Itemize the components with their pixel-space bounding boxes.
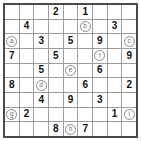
cell-r5c3[interactable]: 5 — [34, 64, 48, 78]
cell-r4c1[interactable]: 7 — [5, 49, 19, 63]
cell-r9c3[interactable] — [34, 122, 48, 136]
cell-r9c5[interactable]: h — [64, 122, 78, 136]
cell-r6c8[interactable] — [108, 78, 122, 92]
given-digit: 2 — [53, 7, 59, 17]
cell-r6c2[interactable] — [20, 78, 34, 92]
cell-r3c2[interactable] — [20, 34, 34, 48]
cell-r7c3[interactable]: 4 — [34, 93, 48, 107]
cell-r9c1[interactable] — [5, 122, 19, 136]
circle-marker-f: f — [94, 50, 105, 61]
cell-r8c1[interactable]: g — [5, 108, 19, 122]
cell-r3c6[interactable] — [78, 34, 92, 48]
cell-r6c4[interactable] — [49, 78, 63, 92]
cell-r3c5[interactable]: 5 — [64, 34, 78, 48]
given-digit: 2 — [24, 109, 30, 119]
circle-marker-c: c — [124, 36, 135, 47]
cell-r2c1[interactable] — [5, 20, 19, 34]
given-digit: 3 — [112, 21, 118, 31]
cell-r9c8[interactable] — [108, 122, 122, 136]
given-digit: 2 — [126, 80, 132, 90]
cell-r9c6[interactable]: 7 — [78, 122, 92, 136]
given-digit: 5 — [68, 36, 74, 46]
given-digit: 5 — [53, 51, 59, 61]
cell-r7c4[interactable] — [49, 93, 63, 107]
cell-r2c4[interactable] — [49, 20, 63, 34]
cell-r2c7[interactable] — [93, 20, 107, 34]
cell-r3c1[interactable]: a — [5, 34, 19, 48]
cell-r3c7[interactable]: 9 — [93, 34, 107, 48]
cell-r2c2[interactable]: 4 — [20, 20, 34, 34]
cell-r7c2[interactable] — [20, 93, 34, 107]
cell-r1c2[interactable] — [20, 5, 34, 19]
cell-r7c6[interactable] — [78, 93, 92, 107]
cell-r8c5[interactable] — [64, 108, 78, 122]
cell-r4c9[interactable]: 9 — [122, 49, 136, 63]
cell-r9c9[interactable] — [122, 122, 136, 136]
sudoku-board: 214b3a359c75f95e68d62493g21i8h7 — [3, 3, 138, 138]
cell-r4c3[interactable] — [34, 49, 48, 63]
given-digit: 7 — [82, 124, 88, 134]
circle-marker-i: i — [124, 109, 135, 120]
cell-r2c9[interactable] — [122, 20, 136, 34]
cell-r6c6[interactable]: 6 — [78, 78, 92, 92]
circle-marker-h: h — [65, 124, 76, 135]
cell-r3c8[interactable] — [108, 34, 122, 48]
cell-r1c5[interactable] — [64, 5, 78, 19]
cell-r4c4[interactable]: 5 — [49, 49, 63, 63]
given-digit: 1 — [112, 109, 118, 119]
cell-r2c6[interactable]: b — [78, 20, 92, 34]
given-digit: 8 — [9, 80, 15, 90]
cell-r7c7[interactable]: 3 — [93, 93, 107, 107]
cell-r6c5[interactable] — [64, 78, 78, 92]
given-digit: 9 — [97, 36, 103, 46]
cell-r3c3[interactable]: 3 — [34, 34, 48, 48]
cell-r5c8[interactable] — [108, 64, 122, 78]
cell-r5c4[interactable] — [49, 64, 63, 78]
circle-marker-d: d — [36, 80, 47, 91]
cell-r1c1[interactable] — [5, 5, 19, 19]
given-digit: 9 — [126, 51, 132, 61]
cell-r6c9[interactable]: 2 — [122, 78, 136, 92]
cell-r8c4[interactable] — [49, 108, 63, 122]
cell-r4c7[interactable]: f — [93, 49, 107, 63]
given-digit: 3 — [97, 95, 103, 105]
cell-r6c7[interactable] — [93, 78, 107, 92]
cell-r4c2[interactable] — [20, 49, 34, 63]
cell-r1c7[interactable] — [93, 5, 107, 19]
cell-r8c6[interactable] — [78, 108, 92, 122]
given-digit: 4 — [38, 95, 44, 105]
cell-r5c9[interactable] — [122, 64, 136, 78]
cell-r9c4[interactable]: 8 — [49, 122, 63, 136]
given-digit: 1 — [82, 7, 88, 17]
given-digit: 4 — [24, 21, 30, 31]
circle-marker-g: g — [6, 109, 17, 120]
given-digit: 7 — [9, 51, 15, 61]
cell-r5c5[interactable]: e — [64, 64, 78, 78]
cell-r4c6[interactable] — [78, 49, 92, 63]
cell-r8c8[interactable]: 1 — [108, 108, 122, 122]
given-digit: 5 — [38, 65, 44, 75]
cell-r5c2[interactable] — [20, 64, 34, 78]
cell-r1c3[interactable] — [34, 5, 48, 19]
given-digit: 9 — [68, 95, 74, 105]
cell-r1c9[interactable] — [122, 5, 136, 19]
cell-r1c8[interactable] — [108, 5, 122, 19]
sudoku-page: 214b3a359c75f95e68d62493g21i8h7 — [0, 0, 141, 141]
cell-r1c6[interactable]: 1 — [78, 5, 92, 19]
given-digit: 6 — [97, 65, 103, 75]
cell-r6c3[interactable]: d — [34, 78, 48, 92]
cell-r5c6[interactable] — [78, 64, 92, 78]
cell-r3c4[interactable] — [49, 34, 63, 48]
cell-r9c7[interactable] — [93, 122, 107, 136]
cell-r8c3[interactable] — [34, 108, 48, 122]
cell-r9c2[interactable] — [20, 122, 34, 136]
cell-r7c9[interactable] — [122, 93, 136, 107]
cell-r5c7[interactable]: 6 — [93, 64, 107, 78]
cell-r6c1[interactable]: 8 — [5, 78, 19, 92]
cell-r1c4[interactable]: 2 — [49, 5, 63, 19]
given-digit: 3 — [38, 36, 44, 46]
cell-r2c5[interactable] — [64, 20, 78, 34]
cell-r7c8[interactable] — [108, 93, 122, 107]
cell-r8c7[interactable] — [93, 108, 107, 122]
circle-marker-a: a — [6, 36, 17, 47]
cell-r4c5[interactable] — [64, 49, 78, 63]
cell-r7c1[interactable] — [5, 93, 19, 107]
cell-r2c3[interactable] — [34, 20, 48, 34]
given-digit: 6 — [82, 80, 88, 90]
cell-r8c2[interactable]: 2 — [20, 108, 34, 122]
cell-r8c9[interactable]: i — [122, 108, 136, 122]
cell-r3c9[interactable]: c — [122, 34, 136, 48]
cell-r2c8[interactable]: 3 — [108, 20, 122, 34]
circle-marker-b: b — [80, 21, 91, 32]
cell-r4c8[interactable] — [108, 49, 122, 63]
cell-r5c1[interactable] — [5, 64, 19, 78]
given-digit: 8 — [53, 124, 59, 134]
cell-r7c5[interactable]: 9 — [64, 93, 78, 107]
circle-marker-e: e — [65, 65, 76, 76]
